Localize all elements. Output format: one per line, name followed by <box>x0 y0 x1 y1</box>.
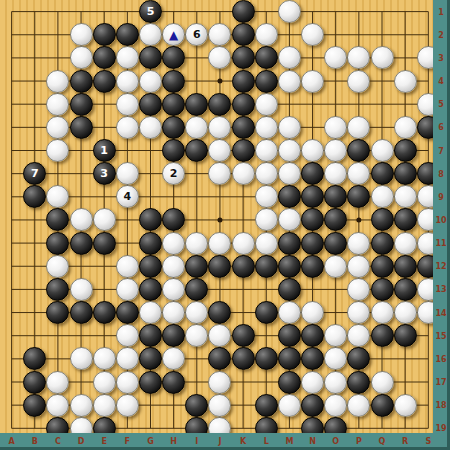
stone-R15[interactable] <box>394 324 417 347</box>
row-label-5: 5 <box>438 100 444 109</box>
stone-F15[interactable] <box>116 324 139 347</box>
stone-H5[interactable] <box>162 93 185 116</box>
stone-K6[interactable] <box>232 116 255 139</box>
stone-Q13[interactable] <box>371 278 394 301</box>
stone-Q15[interactable] <box>371 324 394 347</box>
stone-R7[interactable] <box>394 139 417 162</box>
stone-L3[interactable] <box>255 46 278 69</box>
stone-E8[interactable]: 3 <box>93 162 116 185</box>
stone-R12[interactable] <box>394 255 417 278</box>
stone-B17[interactable] <box>23 371 46 394</box>
stone-P11[interactable] <box>347 232 370 255</box>
stone-Q18[interactable] <box>371 394 394 417</box>
stone-M1[interactable] <box>278 0 301 23</box>
stone-N17[interactable] <box>301 371 324 394</box>
stone-N18[interactable] <box>301 394 324 417</box>
stone-Q9[interactable] <box>371 185 394 208</box>
stone-R18[interactable] <box>394 394 417 417</box>
stone-D11[interactable] <box>70 232 93 255</box>
stone-R9[interactable] <box>394 185 417 208</box>
stone-D10[interactable] <box>70 208 93 231</box>
stone-G11[interactable] <box>139 232 162 255</box>
stone-K2[interactable] <box>232 23 255 46</box>
stone-I12[interactable] <box>185 255 208 278</box>
stone-F13[interactable] <box>116 278 139 301</box>
stone-K5[interactable] <box>232 93 255 116</box>
stone-H4[interactable] <box>162 70 185 93</box>
stone-R4[interactable] <box>394 70 417 93</box>
stone-Q17[interactable] <box>371 371 394 394</box>
stone-G17[interactable] <box>139 371 162 394</box>
row-label-14: 14 <box>435 308 446 317</box>
stone-C11[interactable] <box>46 232 69 255</box>
stone-M17[interactable] <box>278 371 301 394</box>
column-label-J: J <box>218 437 221 446</box>
stone-E4[interactable] <box>93 70 116 93</box>
stone-M13[interactable] <box>278 278 301 301</box>
stone-F2[interactable] <box>116 23 139 46</box>
row-label-17: 17 <box>435 378 446 387</box>
row-label-12: 12 <box>435 262 446 271</box>
stone-L7[interactable] <box>255 139 278 162</box>
column-label-B: B <box>32 437 38 446</box>
stone-J11[interactable] <box>208 232 231 255</box>
stone-E2[interactable] <box>93 23 116 46</box>
stone-K12[interactable] <box>232 255 255 278</box>
stone-E18[interactable] <box>93 394 116 417</box>
column-label-L: L <box>264 437 269 446</box>
stone-L9[interactable] <box>255 185 278 208</box>
row-label-11: 11 <box>435 239 446 248</box>
column-label-I: I <box>195 437 198 446</box>
move-number-4: 4 <box>124 191 132 202</box>
stone-G1[interactable]: 5 <box>139 0 162 23</box>
move-number-7: 7 <box>31 168 39 179</box>
stone-R8[interactable] <box>394 162 417 185</box>
stone-F4[interactable] <box>116 70 139 93</box>
column-label-R: R <box>402 437 408 446</box>
stone-K11[interactable] <box>232 232 255 255</box>
stone-M7[interactable] <box>278 139 301 162</box>
stone-D18[interactable] <box>70 394 93 417</box>
column-label-P: P <box>356 437 362 446</box>
stone-Q3[interactable] <box>371 46 394 69</box>
row-label-10: 10 <box>435 215 446 224</box>
stone-J17[interactable] <box>208 371 231 394</box>
column-label-Q: Q <box>379 437 386 446</box>
stone-I11[interactable] <box>185 232 208 255</box>
stone-M8[interactable] <box>278 162 301 185</box>
stone-L16[interactable] <box>255 347 278 370</box>
stone-P12[interactable] <box>347 255 370 278</box>
row-label-2: 2 <box>438 30 444 39</box>
stone-D2[interactable] <box>70 23 93 46</box>
row-label-7: 7 <box>438 146 444 155</box>
stone-F6[interactable] <box>116 116 139 139</box>
stone-R14[interactable] <box>394 301 417 324</box>
row-label-4: 4 <box>438 77 444 86</box>
go-board-screenshot: 5▲617324 ABCDEFGHIJKLMNOPQRS123456789101… <box>0 0 450 450</box>
stone-R6[interactable] <box>394 116 417 139</box>
stone-Q11[interactable] <box>371 232 394 255</box>
stone-E11[interactable] <box>93 232 116 255</box>
stone-G13[interactable] <box>139 278 162 301</box>
stone-C18[interactable] <box>46 394 69 417</box>
stone-G14[interactable] <box>139 301 162 324</box>
stone-Q8[interactable] <box>371 162 394 185</box>
stone-H11[interactable] <box>162 232 185 255</box>
stone-P4[interactable] <box>347 70 370 93</box>
column-label-S: S <box>425 437 431 446</box>
stone-D3[interactable] <box>70 46 93 69</box>
column-label-H: H <box>170 437 177 446</box>
stone-F18[interactable] <box>116 394 139 417</box>
column-label-M: M <box>285 437 293 446</box>
stone-N14[interactable] <box>301 301 324 324</box>
stone-N7[interactable] <box>301 139 324 162</box>
stone-D13[interactable] <box>70 278 93 301</box>
stone-Q10[interactable] <box>371 208 394 231</box>
stone-K15[interactable] <box>232 324 255 347</box>
move-number-2: 2 <box>170 168 178 179</box>
stone-G5[interactable] <box>139 93 162 116</box>
column-label-D: D <box>78 437 85 446</box>
stone-M18[interactable] <box>278 394 301 417</box>
stone-L2[interactable] <box>255 23 278 46</box>
move-number-1: 1 <box>100 145 108 156</box>
stone-K4[interactable] <box>232 70 255 93</box>
stone-Q7[interactable] <box>371 139 394 162</box>
stone-E7[interactable]: 1 <box>93 139 116 162</box>
row-label-15: 15 <box>435 331 446 340</box>
stone-F17[interactable] <box>116 371 139 394</box>
stone-O12[interactable] <box>324 255 347 278</box>
move-number-3: 3 <box>100 168 108 179</box>
column-label-A: A <box>8 437 14 446</box>
stone-K7[interactable] <box>232 139 255 162</box>
stone-K8[interactable] <box>232 162 255 185</box>
stone-G4[interactable] <box>139 70 162 93</box>
stone-H13[interactable] <box>162 278 185 301</box>
stone-I6[interactable] <box>185 116 208 139</box>
stone-Q12[interactable] <box>371 255 394 278</box>
row-label-19: 19 <box>435 424 446 433</box>
stone-D16[interactable] <box>70 347 93 370</box>
stone-K16[interactable] <box>232 347 255 370</box>
stone-B18[interactable] <box>23 394 46 417</box>
stone-F9[interactable]: 4 <box>116 185 139 208</box>
column-label-F: F <box>125 437 130 446</box>
stone-J5[interactable] <box>208 93 231 116</box>
stone-M15[interactable] <box>278 324 301 347</box>
row-label-9: 9 <box>438 192 444 201</box>
stone-F5[interactable] <box>116 93 139 116</box>
stone-H17[interactable] <box>162 371 185 394</box>
move-number-5: 5 <box>147 6 155 17</box>
stone-H7[interactable] <box>162 139 185 162</box>
stone-D4[interactable] <box>70 70 93 93</box>
stone-E17[interactable] <box>93 371 116 394</box>
stone-Q14[interactable] <box>371 301 394 324</box>
stone-G12[interactable] <box>139 255 162 278</box>
stone-O11[interactable] <box>324 232 347 255</box>
stone-K3[interactable] <box>232 46 255 69</box>
stone-K1[interactable] <box>232 0 255 23</box>
stone-L5[interactable] <box>255 93 278 116</box>
stone-G6[interactable] <box>139 116 162 139</box>
stone-E16[interactable] <box>93 347 116 370</box>
stone-L8[interactable] <box>255 162 278 185</box>
stone-N12[interactable] <box>301 255 324 278</box>
stone-N11[interactable] <box>301 232 324 255</box>
stone-D14[interactable] <box>70 301 93 324</box>
column-label-G: G <box>147 437 154 446</box>
stone-M14[interactable] <box>278 301 301 324</box>
row-label-18: 18 <box>435 401 446 410</box>
stone-I18[interactable] <box>185 394 208 417</box>
stone-O17[interactable] <box>324 371 347 394</box>
stone-D6[interactable] <box>70 116 93 139</box>
row-label-6: 6 <box>438 123 444 132</box>
row-label-8: 8 <box>438 169 444 178</box>
stone-R10[interactable] <box>394 208 417 231</box>
stone-M12[interactable] <box>278 255 301 278</box>
column-label-O: O <box>332 437 339 446</box>
stone-F12[interactable] <box>116 255 139 278</box>
stone-P18[interactable] <box>347 394 370 417</box>
stone-O18[interactable] <box>324 394 347 417</box>
stone-R11[interactable] <box>394 232 417 255</box>
stone-L4[interactable] <box>255 70 278 93</box>
stone-M6[interactable] <box>278 116 301 139</box>
stone-N4[interactable] <box>301 70 324 93</box>
stone-H6[interactable] <box>162 116 185 139</box>
stone-C12[interactable] <box>46 255 69 278</box>
stone-P17[interactable] <box>347 371 370 394</box>
stone-M4[interactable] <box>278 70 301 93</box>
stone-E3[interactable] <box>93 46 116 69</box>
row-label-13: 13 <box>435 285 446 294</box>
stone-L14[interactable] <box>255 301 278 324</box>
row-label-1: 1 <box>438 7 444 16</box>
stone-E14[interactable] <box>93 301 116 324</box>
stone-F14[interactable] <box>116 301 139 324</box>
row-label-16: 16 <box>435 354 446 363</box>
stone-C4[interactable] <box>46 70 69 93</box>
column-label-K: K <box>240 437 246 446</box>
stone-L6[interactable] <box>255 116 278 139</box>
stone-C5[interactable] <box>46 93 69 116</box>
stone-C17[interactable] <box>46 371 69 394</box>
stone-R13[interactable] <box>394 278 417 301</box>
triangle-marker-icon: ▲ <box>169 29 178 41</box>
stone-L11[interactable] <box>255 232 278 255</box>
stone-H12[interactable] <box>162 255 185 278</box>
column-label-E: E <box>101 437 106 446</box>
stone-I5[interactable] <box>185 93 208 116</box>
stone-O6[interactable] <box>324 116 347 139</box>
stone-M11[interactable] <box>278 232 301 255</box>
stone-L12[interactable] <box>255 255 278 278</box>
stone-L18[interactable] <box>255 394 278 417</box>
stone-F8[interactable] <box>116 162 139 185</box>
stone-J18[interactable] <box>208 394 231 417</box>
stone-E10[interactable] <box>93 208 116 231</box>
row-label-3: 3 <box>438 53 444 62</box>
column-label-N: N <box>309 437 316 446</box>
column-label-C: C <box>55 437 61 446</box>
stone-D5[interactable] <box>70 93 93 116</box>
move-number-6: 6 <box>193 29 201 40</box>
